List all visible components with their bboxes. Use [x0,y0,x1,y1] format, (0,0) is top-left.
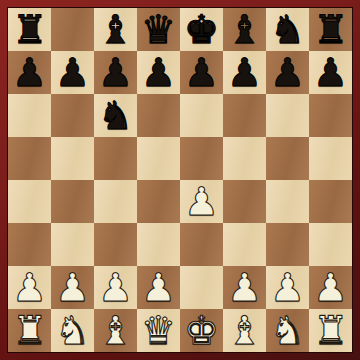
square-h7[interactable]: ♟ [309,51,352,94]
square-a4[interactable] [8,180,51,223]
piece-black-rook[interactable]: ♜ [313,8,348,51]
square-c1[interactable]: ♝ [94,309,137,352]
piece-black-bishop[interactable]: ♝ [98,8,133,51]
square-e5[interactable] [180,137,223,180]
piece-black-bishop[interactable]: ♝ [227,8,262,51]
square-e6[interactable] [180,94,223,137]
piece-black-knight[interactable]: ♞ [270,8,305,51]
square-b7[interactable]: ♟ [51,51,94,94]
piece-white-rook[interactable]: ♜ [313,309,348,352]
square-e2[interactable] [180,266,223,309]
square-h5[interactable] [309,137,352,180]
piece-black-pawn[interactable]: ♟ [55,51,90,94]
square-d8[interactable]: ♛ [137,8,180,51]
square-d6[interactable] [137,94,180,137]
piece-white-pawn[interactable]: ♟ [98,266,133,309]
square-a6[interactable] [8,94,51,137]
square-f2[interactable]: ♟ [223,266,266,309]
square-d1[interactable]: ♛ [137,309,180,352]
square-g3[interactable] [266,223,309,266]
square-b8[interactable] [51,8,94,51]
square-h6[interactable] [309,94,352,137]
square-h3[interactable] [309,223,352,266]
square-h1[interactable]: ♜ [309,309,352,352]
piece-white-queen[interactable]: ♛ [141,309,176,352]
square-a5[interactable] [8,137,51,180]
piece-white-pawn[interactable]: ♟ [12,266,47,309]
square-d4[interactable] [137,180,180,223]
square-f4[interactable] [223,180,266,223]
square-e3[interactable] [180,223,223,266]
square-g8[interactable]: ♞ [266,8,309,51]
piece-white-pawn[interactable]: ♟ [227,266,262,309]
square-c3[interactable] [94,223,137,266]
piece-black-pawn[interactable]: ♟ [12,51,47,94]
square-c4[interactable] [94,180,137,223]
square-d3[interactable] [137,223,180,266]
square-f8[interactable]: ♝ [223,8,266,51]
square-c8[interactable]: ♝ [94,8,137,51]
piece-white-pawn[interactable]: ♟ [141,266,176,309]
square-a8[interactable]: ♜ [8,8,51,51]
piece-black-pawn[interactable]: ♟ [98,51,133,94]
square-b1[interactable]: ♞ [51,309,94,352]
square-f5[interactable] [223,137,266,180]
piece-white-pawn[interactable]: ♟ [313,266,348,309]
square-d7[interactable]: ♟ [137,51,180,94]
square-b4[interactable] [51,180,94,223]
chess-board: ♜♝♛♚♝♞♜♟♟♟♟♟♟♟♟♞♟♟♟♟♟♟♟♟♜♞♝♛♚♝♞♜ [8,8,352,352]
piece-white-king[interactable]: ♚ [184,309,219,352]
square-b6[interactable] [51,94,94,137]
square-g7[interactable]: ♟ [266,51,309,94]
square-g4[interactable] [266,180,309,223]
square-f3[interactable] [223,223,266,266]
piece-white-rook[interactable]: ♜ [12,309,47,352]
square-e8[interactable]: ♚ [180,8,223,51]
piece-black-knight[interactable]: ♞ [98,94,133,137]
square-e1[interactable]: ♚ [180,309,223,352]
square-h8[interactable]: ♜ [309,8,352,51]
piece-white-bishop[interactable]: ♝ [227,309,262,352]
piece-black-king[interactable]: ♚ [184,8,219,51]
square-a1[interactable]: ♜ [8,309,51,352]
square-g6[interactable] [266,94,309,137]
square-b2[interactable]: ♟ [51,266,94,309]
piece-black-pawn[interactable]: ♟ [184,51,219,94]
square-g1[interactable]: ♞ [266,309,309,352]
piece-white-pawn[interactable]: ♟ [270,266,305,309]
piece-black-pawn[interactable]: ♟ [313,51,348,94]
chess-board-frame: ♜♝♛♚♝♞♜♟♟♟♟♟♟♟♟♞♟♟♟♟♟♟♟♟♜♞♝♛♚♝♞♜ [0,0,360,360]
piece-white-bishop[interactable]: ♝ [98,309,133,352]
square-f7[interactable]: ♟ [223,51,266,94]
square-h2[interactable]: ♟ [309,266,352,309]
piece-white-pawn[interactable]: ♟ [184,180,219,223]
square-e4[interactable]: ♟ [180,180,223,223]
piece-black-queen[interactable]: ♛ [141,8,176,51]
square-a3[interactable] [8,223,51,266]
piece-black-pawn[interactable]: ♟ [141,51,176,94]
piece-white-pawn[interactable]: ♟ [55,266,90,309]
square-c7[interactable]: ♟ [94,51,137,94]
square-f1[interactable]: ♝ [223,309,266,352]
piece-black-rook[interactable]: ♜ [12,8,47,51]
piece-white-knight[interactable]: ♞ [270,309,305,352]
square-f6[interactable] [223,94,266,137]
square-a2[interactable]: ♟ [8,266,51,309]
square-a7[interactable]: ♟ [8,51,51,94]
square-e7[interactable]: ♟ [180,51,223,94]
square-d5[interactable] [137,137,180,180]
square-h4[interactable] [309,180,352,223]
piece-black-pawn[interactable]: ♟ [227,51,262,94]
square-c6[interactable]: ♞ [94,94,137,137]
square-b5[interactable] [51,137,94,180]
square-c2[interactable]: ♟ [94,266,137,309]
square-g5[interactable] [266,137,309,180]
square-g2[interactable]: ♟ [266,266,309,309]
square-c5[interactable] [94,137,137,180]
piece-black-pawn[interactable]: ♟ [270,51,305,94]
piece-white-knight[interactable]: ♞ [55,309,90,352]
square-d2[interactable]: ♟ [137,266,180,309]
square-b3[interactable] [51,223,94,266]
